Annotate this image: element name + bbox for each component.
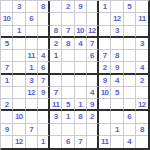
cell-r4c2[interactable] [13, 38, 25, 50]
cell-r6c8[interactable] [87, 62, 99, 74]
cell-r1c7[interactable]: 9 [75, 1, 87, 13]
cell-r9c9[interactable] [99, 99, 111, 111]
cell-r11c4[interactable] [38, 124, 50, 136]
cell-r12c3[interactable] [26, 136, 38, 148]
cell-r3c7[interactable]: 10 [75, 26, 87, 38]
cell-r1c4[interactable]: 8 [38, 1, 50, 13]
cell-r2c6[interactable] [62, 13, 74, 25]
cell-r5c6[interactable] [62, 50, 74, 62]
cell-r8c2[interactable] [13, 87, 25, 99]
cell-r6c12[interactable]: 4 [136, 62, 148, 74]
cell-r6c10[interactable]: 9 [111, 62, 123, 74]
cell-r10c10[interactable] [111, 111, 123, 123]
cell-r1c1[interactable] [1, 1, 13, 13]
cell-r11c8[interactable] [87, 124, 99, 136]
cell-r9c7[interactable]: 1 [75, 99, 87, 111]
cell-r8c3[interactable]: 12 [26, 87, 38, 99]
cell-r12c5[interactable] [50, 136, 62, 148]
cell-r11c2[interactable] [13, 124, 25, 136]
cell-r10c3[interactable] [26, 111, 38, 123]
cell-r3c1[interactable] [1, 26, 13, 38]
cell-r1c3[interactable] [26, 1, 38, 13]
cell-r10c6[interactable]: 1 [62, 111, 74, 123]
cell-r10c4[interactable] [38, 111, 50, 123]
cell-r1c9[interactable]: 1 [99, 1, 111, 13]
cell-r12c4[interactable]: 1 [38, 136, 50, 148]
cell-r2c2[interactable] [13, 13, 25, 25]
cell-r6c4[interactable]: 6 [38, 62, 50, 74]
cell-r6c5[interactable] [50, 62, 62, 74]
cell-r10c11[interactable]: 6 [124, 111, 136, 123]
cell-r5c4[interactable]: 4 [38, 50, 50, 62]
cell-r8c4[interactable]: 9 [38, 87, 50, 99]
cell-r2c5[interactable] [50, 13, 62, 25]
cell-r2c3[interactable]: 6 [26, 13, 38, 25]
cell-r5c2[interactable] [13, 50, 25, 62]
cell-r8c1[interactable] [1, 87, 13, 99]
cell-r7c7[interactable] [75, 75, 87, 87]
cell-r7c4[interactable]: 7 [38, 75, 50, 87]
cell-r2c9[interactable] [99, 13, 111, 25]
cell-r4c10[interactable] [111, 38, 123, 50]
cell-r11c10[interactable]: 1 [111, 124, 123, 136]
cell-r5c3[interactable]: 11 [26, 50, 38, 62]
cell-r3c3[interactable] [26, 26, 38, 38]
cell-r6c3[interactable]: 1 [26, 62, 38, 74]
cell-r9c1[interactable]: 2 [1, 99, 13, 111]
cell-r9c3[interactable] [26, 99, 38, 111]
cell-r8c12[interactable] [136, 87, 148, 99]
cell-r2c7[interactable] [75, 13, 87, 25]
cell-r7c5[interactable] [50, 75, 62, 87]
cell-r2c1[interactable]: 10 [1, 13, 13, 25]
cell-r4c1[interactable]: 5 [1, 38, 13, 50]
cell-r8c11[interactable] [124, 87, 136, 99]
cell-r2c10[interactable]: 12 [111, 13, 123, 25]
cell-r1c6[interactable]: 2 [62, 1, 74, 13]
cell-r6c9[interactable]: 2 [99, 62, 111, 74]
cell-r2c12[interactable]: 11 [136, 13, 148, 25]
cell-r12c1[interactable] [1, 136, 13, 148]
cell-r9c2[interactable] [13, 99, 25, 111]
cell-r5c10[interactable]: 8 [111, 50, 123, 62]
cell-r7c6[interactable] [62, 75, 74, 87]
cell-r5c5[interactable]: 1 [50, 50, 62, 62]
cell-r12c6[interactable]: 6 [62, 136, 74, 148]
cell-r11c9[interactable] [99, 124, 111, 136]
cell-r10c8[interactable]: 2 [87, 111, 99, 123]
cell-r3c5[interactable]: 8 [50, 26, 62, 38]
cell-r12c10[interactable] [111, 136, 123, 148]
cell-r7c8[interactable] [87, 75, 99, 87]
cell-r6c1[interactable]: 7 [1, 62, 13, 74]
cell-r8c10[interactable]: 5 [111, 87, 123, 99]
cell-r7c3[interactable]: 3 [26, 75, 38, 87]
cell-r4c8[interactable]: 7 [87, 38, 99, 50]
cell-r10c5[interactable]: 3 [50, 111, 62, 123]
cell-r10c9[interactable] [99, 111, 111, 123]
cell-r3c9[interactable] [99, 26, 111, 38]
cell-r5c8[interactable]: 6 [87, 50, 99, 62]
cell-r1c2[interactable]: 3 [13, 1, 25, 13]
cell-r2c4[interactable] [38, 13, 50, 25]
cell-r5c1[interactable] [1, 50, 13, 62]
cell-r1c12[interactable] [136, 1, 148, 13]
cell-r8c7[interactable] [75, 87, 87, 99]
cell-r8c6[interactable] [62, 87, 74, 99]
cell-r7c9[interactable]: 9 [99, 75, 111, 87]
cell-r11c3[interactable]: 7 [26, 124, 38, 136]
cell-r12c9[interactable]: 11 [99, 136, 111, 148]
cell-r11c6[interactable] [62, 124, 74, 136]
cell-r5c12[interactable] [136, 50, 148, 62]
cell-r3c10[interactable]: 3 [111, 26, 123, 38]
cell-r4c12[interactable]: 3 [136, 38, 148, 50]
cell-r9c8[interactable]: 9 [87, 99, 99, 111]
cell-r12c7[interactable]: 7 [75, 136, 87, 148]
cell-r1c10[interactable] [111, 1, 123, 13]
cell-r4c6[interactable]: 8 [62, 38, 74, 50]
cell-r7c1[interactable]: 1 [1, 75, 13, 87]
cell-r4c5[interactable]: 2 [50, 38, 62, 50]
cell-r9c5[interactable]: 11 [50, 99, 62, 111]
cell-r6c6[interactable] [62, 62, 74, 74]
cell-r10c7[interactable]: 8 [75, 111, 87, 123]
cell-r6c7[interactable] [75, 62, 87, 74]
cell-r4c3[interactable] [26, 38, 38, 50]
cell-r3c2[interactable]: 1 [13, 26, 25, 38]
cell-r3c8[interactable]: 12 [87, 26, 99, 38]
cell-r11c7[interactable] [75, 124, 87, 136]
cell-r1c8[interactable] [87, 1, 99, 13]
cell-r3c4[interactable] [38, 26, 50, 38]
cell-r10c12[interactable] [136, 111, 148, 123]
cell-r9c10[interactable] [111, 99, 123, 111]
cell-r11c12[interactable]: 8 [136, 124, 148, 136]
cell-r3c11[interactable] [124, 26, 136, 38]
cell-r4c11[interactable] [124, 38, 136, 50]
cell-r12c11[interactable]: 4 [124, 136, 136, 148]
cell-r9c4[interactable] [38, 99, 50, 111]
cell-r4c9[interactable] [99, 38, 111, 50]
sudoku-board: 3829151061211187101235284731141678716294… [0, 0, 150, 150]
cell-r1c11[interactable]: 5 [124, 1, 136, 13]
cell-r8c9[interactable]: 10 [99, 87, 111, 99]
cell-r2c8[interactable] [87, 13, 99, 25]
cell-r3c6[interactable]: 7 [62, 26, 74, 38]
cell-r7c12[interactable]: 2 [136, 75, 148, 87]
cell-r12c8[interactable] [87, 136, 99, 148]
cell-r8c5[interactable]: 7 [50, 87, 62, 99]
cell-r4c7[interactable]: 4 [75, 38, 87, 50]
cell-r10c2[interactable]: 10 [13, 111, 25, 123]
cell-r10c1[interactable] [1, 111, 13, 123]
cell-r6c11[interactable] [124, 62, 136, 74]
cell-r11c11[interactable] [124, 124, 136, 136]
cell-r3c12[interactable] [136, 26, 148, 38]
cell-r7c2[interactable] [13, 75, 25, 87]
cell-r12c12[interactable] [136, 136, 148, 148]
cell-r9c12[interactable]: 12 [136, 99, 148, 111]
cell-r9c6[interactable]: 5 [62, 99, 74, 111]
cell-r7c11[interactable] [124, 75, 136, 87]
cell-r5c7[interactable] [75, 50, 87, 62]
cell-r4c4[interactable] [38, 38, 50, 50]
cell-r12c2[interactable]: 12 [13, 136, 25, 148]
cell-r6c2[interactable] [13, 62, 25, 74]
cell-r1c5[interactable] [50, 1, 62, 13]
cell-r11c1[interactable]: 9 [1, 124, 13, 136]
cell-r5c11[interactable] [124, 50, 136, 62]
cell-r9c11[interactable] [124, 99, 136, 111]
cell-r8c8[interactable]: 4 [87, 87, 99, 99]
cell-r2c11[interactable] [124, 13, 136, 25]
cell-r11c5[interactable] [50, 124, 62, 136]
cell-r5c9[interactable]: 7 [99, 50, 111, 62]
cell-r7c10[interactable]: 4 [111, 75, 123, 87]
